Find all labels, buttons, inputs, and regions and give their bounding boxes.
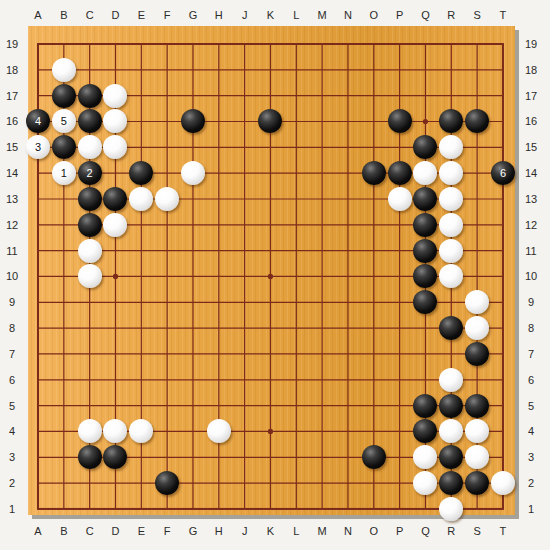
stone-white-C10[interactable] bbox=[78, 264, 102, 288]
coord-label-right-13: 13 bbox=[520, 192, 542, 206]
coord-label-top-F: F bbox=[156, 8, 178, 22]
coord-label-top-A: A bbox=[27, 8, 49, 22]
stone-white-C11[interactable] bbox=[78, 239, 102, 263]
stone-black-P14[interactable] bbox=[388, 161, 412, 185]
stone-black-O14[interactable] bbox=[362, 161, 386, 185]
stone-white-P13[interactable] bbox=[388, 187, 412, 211]
coord-label-left-4: 4 bbox=[1, 424, 23, 438]
coord-label-left-7: 7 bbox=[1, 347, 23, 361]
coord-label-right-1: 1 bbox=[520, 502, 542, 516]
coord-label-left-13: 13 bbox=[1, 192, 23, 206]
coord-label-top-K: K bbox=[259, 8, 281, 22]
coord-label-top-L: L bbox=[285, 8, 307, 22]
coord-label-right-19: 19 bbox=[520, 37, 542, 51]
stone-white-R1[interactable] bbox=[439, 497, 463, 521]
stone-black-R5[interactable] bbox=[439, 394, 463, 418]
coord-label-right-14: 14 bbox=[520, 166, 542, 180]
coord-label-right-7: 7 bbox=[520, 347, 542, 361]
coord-label-bottom-Q: Q bbox=[414, 524, 436, 538]
coord-label-left-2: 2 bbox=[1, 476, 23, 490]
coord-label-bottom-H: H bbox=[208, 524, 230, 538]
move-number-5: 5 bbox=[61, 116, 67, 127]
coord-label-bottom-R: R bbox=[440, 524, 462, 538]
coord-label-left-19: 19 bbox=[1, 37, 23, 51]
coord-label-right-16: 16 bbox=[520, 114, 542, 128]
coord-label-right-10: 10 bbox=[520, 269, 542, 283]
stone-black-C12[interactable] bbox=[78, 213, 102, 237]
coord-label-bottom-B: B bbox=[53, 524, 75, 538]
coord-label-bottom-F: F bbox=[156, 524, 178, 538]
coord-label-left-15: 15 bbox=[1, 140, 23, 154]
coord-label-right-11: 11 bbox=[520, 244, 542, 258]
coord-label-bottom-C: C bbox=[79, 524, 101, 538]
coord-label-left-11: 11 bbox=[1, 244, 23, 258]
stone-white-R6[interactable] bbox=[439, 368, 463, 392]
stone-black-B17[interactable] bbox=[52, 84, 76, 108]
coord-label-bottom-J: J bbox=[234, 524, 256, 538]
coord-label-left-5: 5 bbox=[1, 399, 23, 413]
coord-label-right-8: 8 bbox=[520, 321, 542, 335]
coord-label-top-G: G bbox=[182, 8, 204, 22]
stone-white-B14[interactable]: 1 bbox=[52, 161, 76, 185]
move-number-3: 3 bbox=[35, 142, 41, 153]
coord-label-right-3: 3 bbox=[520, 450, 542, 464]
stone-black-C16[interactable] bbox=[78, 109, 102, 133]
stone-white-T2[interactable] bbox=[491, 471, 515, 495]
coord-label-top-J: J bbox=[234, 8, 256, 22]
coord-label-top-B: B bbox=[53, 8, 75, 22]
coord-label-right-18: 18 bbox=[520, 63, 542, 77]
stone-black-Q11[interactable] bbox=[413, 239, 437, 263]
stone-black-O3[interactable] bbox=[362, 445, 386, 469]
coord-label-bottom-A: A bbox=[27, 524, 49, 538]
stone-black-P16[interactable] bbox=[388, 109, 412, 133]
coord-label-top-Q: Q bbox=[414, 8, 436, 22]
coord-label-bottom-M: M bbox=[311, 524, 333, 538]
stone-black-Q5[interactable] bbox=[413, 394, 437, 418]
coord-label-bottom-L: L bbox=[285, 524, 307, 538]
coord-label-left-12: 12 bbox=[1, 218, 23, 232]
page: AABBCCDDEEFFGGHHJJKKLLMMNNOOPPQQRRSSTT19… bbox=[0, 0, 550, 550]
stone-white-R12[interactable] bbox=[439, 213, 463, 237]
stone-white-F13[interactable] bbox=[155, 187, 179, 211]
stone-white-R11[interactable] bbox=[439, 239, 463, 263]
stone-black-C14[interactable]: 2 bbox=[78, 161, 102, 185]
coord-label-bottom-D: D bbox=[104, 524, 126, 538]
move-number-2: 2 bbox=[87, 168, 93, 179]
coord-label-left-14: 14 bbox=[1, 166, 23, 180]
coord-label-left-3: 3 bbox=[1, 450, 23, 464]
coord-label-left-8: 8 bbox=[1, 321, 23, 335]
coord-label-top-S: S bbox=[466, 8, 488, 22]
move-number-4: 4 bbox=[35, 116, 41, 127]
coord-label-top-T: T bbox=[492, 8, 514, 22]
coord-label-left-1: 1 bbox=[1, 502, 23, 516]
coord-label-top-E: E bbox=[130, 8, 152, 22]
coord-label-right-17: 17 bbox=[520, 89, 542, 103]
stone-black-C13[interactable] bbox=[78, 187, 102, 211]
stone-white-C4[interactable] bbox=[78, 419, 102, 443]
coord-label-top-C: C bbox=[79, 8, 101, 22]
move-number-1: 1 bbox=[61, 168, 67, 179]
coord-label-right-4: 4 bbox=[520, 424, 542, 438]
coord-label-bottom-G: G bbox=[182, 524, 204, 538]
coord-label-bottom-O: O bbox=[363, 524, 385, 538]
coord-label-bottom-K: K bbox=[259, 524, 281, 538]
stone-black-S5[interactable] bbox=[465, 394, 489, 418]
coord-label-top-M: M bbox=[311, 8, 333, 22]
coord-label-top-N: N bbox=[337, 8, 359, 22]
coord-label-left-16: 16 bbox=[1, 114, 23, 128]
coord-label-left-9: 9 bbox=[1, 295, 23, 309]
coord-label-top-H: H bbox=[208, 8, 230, 22]
coord-label-bottom-N: N bbox=[337, 524, 359, 538]
stone-white-D17[interactable] bbox=[103, 84, 127, 108]
coord-label-top-O: O bbox=[363, 8, 385, 22]
coord-label-left-10: 10 bbox=[1, 269, 23, 283]
coord-label-right-2: 2 bbox=[520, 476, 542, 490]
coord-label-bottom-T: T bbox=[492, 524, 514, 538]
coord-label-bottom-P: P bbox=[389, 524, 411, 538]
stone-black-C17[interactable] bbox=[78, 84, 102, 108]
coord-label-right-9: 9 bbox=[520, 295, 542, 309]
stone-black-T14[interactable]: 6 bbox=[491, 161, 515, 185]
stone-black-S7[interactable] bbox=[465, 342, 489, 366]
coord-label-top-R: R bbox=[440, 8, 462, 22]
stone-black-C3[interactable] bbox=[78, 445, 102, 469]
coord-label-top-D: D bbox=[104, 8, 126, 22]
stone-black-B15[interactable] bbox=[52, 135, 76, 159]
coord-label-left-6: 6 bbox=[1, 373, 23, 387]
coord-label-right-5: 5 bbox=[520, 399, 542, 413]
coord-label-bottom-S: S bbox=[466, 524, 488, 538]
move-number-6: 6 bbox=[500, 168, 506, 179]
stone-white-C15[interactable] bbox=[78, 135, 102, 159]
coord-label-right-15: 15 bbox=[520, 140, 542, 154]
stone-white-B18[interactable] bbox=[52, 58, 76, 82]
coord-label-left-17: 17 bbox=[1, 89, 23, 103]
coord-label-right-6: 6 bbox=[520, 373, 542, 387]
stone-white-G14[interactable] bbox=[181, 161, 205, 185]
coord-label-bottom-E: E bbox=[130, 524, 152, 538]
coord-label-right-12: 12 bbox=[520, 218, 542, 232]
coord-label-left-18: 18 bbox=[1, 63, 23, 77]
coord-label-top-P: P bbox=[389, 8, 411, 22]
